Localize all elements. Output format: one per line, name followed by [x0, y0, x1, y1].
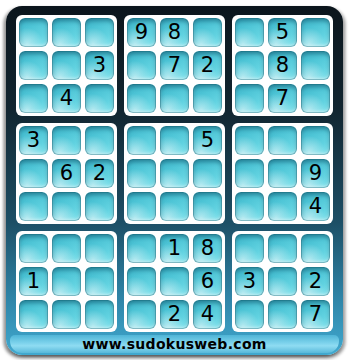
- box-5: 5: [124, 123, 225, 224]
- cell-r5c7[interactable]: [235, 159, 264, 188]
- cell-r5c3: 2: [85, 159, 114, 188]
- cell-r4c6: 5: [193, 126, 222, 155]
- box-6: 94: [232, 123, 333, 224]
- cell-r8c4[interactable]: [127, 267, 156, 296]
- cell-r1c8: 5: [268, 18, 297, 47]
- cell-r6c4[interactable]: [127, 192, 156, 221]
- cell-r8c5[interactable]: [160, 267, 189, 296]
- cell-r7c4[interactable]: [127, 234, 156, 263]
- box-7: 1: [16, 231, 117, 332]
- cell-r9c5: 2: [160, 300, 189, 329]
- cell-r3c2: 4: [52, 84, 81, 113]
- cell-r2c8: 8: [268, 51, 297, 80]
- cell-r5c6[interactable]: [193, 159, 222, 188]
- cell-r1c1[interactable]: [19, 18, 48, 47]
- cell-r9c7[interactable]: [235, 300, 264, 329]
- cell-r2c3: 3: [85, 51, 114, 80]
- cell-r7c8[interactable]: [268, 234, 297, 263]
- cell-r4c5[interactable]: [160, 126, 189, 155]
- cell-r3c8: 7: [268, 84, 297, 113]
- footer-bar: www.sudokusweb.com: [10, 335, 339, 353]
- cell-r6c8[interactable]: [268, 192, 297, 221]
- cell-r5c2: 6: [52, 159, 81, 188]
- cell-r5c4[interactable]: [127, 159, 156, 188]
- cell-r5c1[interactable]: [19, 159, 48, 188]
- box-9: 327: [232, 231, 333, 332]
- cell-r2c1[interactable]: [19, 51, 48, 80]
- cell-r4c4[interactable]: [127, 126, 156, 155]
- cell-r7c3[interactable]: [85, 234, 114, 263]
- cell-r4c2[interactable]: [52, 126, 81, 155]
- box-4: 362: [16, 123, 117, 224]
- cell-r9c2[interactable]: [52, 300, 81, 329]
- cell-r8c7: 3: [235, 267, 264, 296]
- cell-r8c1: 1: [19, 267, 48, 296]
- cell-r2c4[interactable]: [127, 51, 156, 80]
- cell-r1c3[interactable]: [85, 18, 114, 47]
- cell-r6c3[interactable]: [85, 192, 114, 221]
- cell-r2c9[interactable]: [301, 51, 330, 80]
- cell-r8c9: 2: [301, 267, 330, 296]
- box-3: 587: [232, 15, 333, 116]
- cell-r5c5[interactable]: [160, 159, 189, 188]
- cell-r2c7[interactable]: [235, 51, 264, 80]
- cell-r1c4: 9: [127, 18, 156, 47]
- cell-r4c7[interactable]: [235, 126, 264, 155]
- cell-r2c5: 7: [160, 51, 189, 80]
- cell-r5c8[interactable]: [268, 159, 297, 188]
- cell-r9c6: 4: [193, 300, 222, 329]
- cell-r7c1[interactable]: [19, 234, 48, 263]
- cell-r7c9[interactable]: [301, 234, 330, 263]
- cell-r6c2[interactable]: [52, 192, 81, 221]
- cell-r3c9[interactable]: [301, 84, 330, 113]
- cell-r8c3[interactable]: [85, 267, 114, 296]
- cell-r1c7[interactable]: [235, 18, 264, 47]
- footer-url: www.sudokusweb.com: [82, 336, 266, 352]
- cell-r6c9: 4: [301, 192, 330, 221]
- cell-r8c6: 6: [193, 267, 222, 296]
- cell-r8c8[interactable]: [268, 267, 297, 296]
- cell-r7c6: 8: [193, 234, 222, 263]
- cell-r7c2[interactable]: [52, 234, 81, 263]
- cell-r3c1[interactable]: [19, 84, 48, 113]
- cell-r2c2[interactable]: [52, 51, 81, 80]
- cell-r1c2[interactable]: [52, 18, 81, 47]
- boxes-grid: 349872587362594118624327: [16, 15, 333, 332]
- cell-r4c3[interactable]: [85, 126, 114, 155]
- cell-r1c9[interactable]: [301, 18, 330, 47]
- sudoku-board-frame: 349872587362594118624327 www.sudokusweb.…: [6, 6, 343, 355]
- cell-r3c7[interactable]: [235, 84, 264, 113]
- cell-r4c8[interactable]: [268, 126, 297, 155]
- cell-r9c8[interactable]: [268, 300, 297, 329]
- cell-r7c7[interactable]: [235, 234, 264, 263]
- box-1: 34: [16, 15, 117, 116]
- cell-r9c4[interactable]: [127, 300, 156, 329]
- cell-r4c1: 3: [19, 126, 48, 155]
- cell-r2c6: 2: [193, 51, 222, 80]
- box-8: 18624: [124, 231, 225, 332]
- sudoku-page: 349872587362594118624327 www.sudokusweb.…: [0, 0, 350, 360]
- cell-r6c7[interactable]: [235, 192, 264, 221]
- cell-r6c5[interactable]: [160, 192, 189, 221]
- cell-r3c4[interactable]: [127, 84, 156, 113]
- cell-r9c9: 7: [301, 300, 330, 329]
- cell-r1c6[interactable]: [193, 18, 222, 47]
- cell-r5c9: 9: [301, 159, 330, 188]
- cell-r7c5: 1: [160, 234, 189, 263]
- cell-r3c3[interactable]: [85, 84, 114, 113]
- cell-r9c3[interactable]: [85, 300, 114, 329]
- cell-r6c6[interactable]: [193, 192, 222, 221]
- cell-r3c6[interactable]: [193, 84, 222, 113]
- cell-r1c5: 8: [160, 18, 189, 47]
- cell-r8c2[interactable]: [52, 267, 81, 296]
- cell-r9c1[interactable]: [19, 300, 48, 329]
- cell-r6c1[interactable]: [19, 192, 48, 221]
- cell-r4c9[interactable]: [301, 126, 330, 155]
- box-2: 9872: [124, 15, 225, 116]
- cell-r3c5[interactable]: [160, 84, 189, 113]
